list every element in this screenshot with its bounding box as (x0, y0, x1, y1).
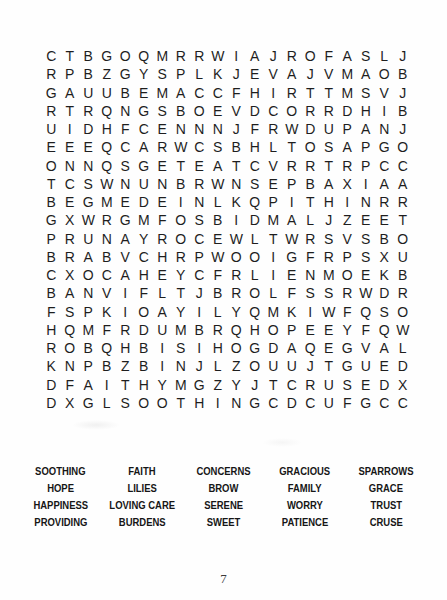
grid-cell-r1c5: O (116, 47, 135, 65)
grid-cell-r20c6: O (135, 394, 154, 412)
grid-cell-r1c16: F (320, 47, 339, 65)
word-list-entry: TRUST (371, 497, 403, 514)
grid-cell-r6c7: R (153, 138, 172, 156)
grid-cell-r6c8: W (172, 138, 191, 156)
grid-cell-r1c8: R (172, 47, 191, 65)
grid-cell-r11c18: S (357, 230, 376, 248)
grid-cell-r1c15: O (301, 47, 320, 65)
grid-cell-r11c6: Y (135, 230, 154, 248)
word-list-entry: SERENE (204, 497, 243, 514)
grid-cell-r9c14: I (283, 193, 302, 211)
grid-cell-r13c17: O (338, 266, 357, 284)
grid-cell-r13c13: I (264, 266, 283, 284)
grid-cell-r18c4: B (98, 357, 117, 375)
grid-cell-r10c11: I (227, 211, 246, 229)
grid-cell-r2c14: A (283, 65, 302, 83)
grid-cell-r14c7: L (153, 284, 172, 302)
page-number: 7 (0, 571, 447, 587)
grid-cell-r9c4: M (98, 193, 117, 211)
grid-cell-r19c20: X (394, 376, 413, 394)
grid-cell-r19c1: D (42, 376, 61, 394)
grid-cell-r5c18: A (357, 120, 376, 138)
grid-cell-r19c7: Y (153, 376, 172, 394)
grid-cell-r17c1: R (42, 339, 61, 357)
grid-cell-r4c6: G (135, 102, 154, 120)
grid-cell-r2c7: S (153, 65, 172, 83)
grid-cell-r2c2: P (61, 65, 80, 83)
scan-smudge (262, 438, 302, 447)
grid-cell-r3c1: G (42, 84, 61, 102)
grid-cell-r8c10: W (209, 175, 228, 193)
grid-cell-r19c5: T (116, 376, 135, 394)
grid-cell-r6c3: E (79, 138, 98, 156)
grid-cell-r2c16: V (320, 65, 339, 83)
grid-cell-r13c5: A (116, 266, 135, 284)
grid-cell-r6c19: G (375, 138, 394, 156)
grid-cell-r12c8: R (172, 248, 191, 266)
word-list-column-3: CONCERNSBROWSERENESWEET (183, 463, 264, 531)
word-list-column-1: SOOTHINGHOPEHAPPINESSPROVIDING (20, 463, 101, 531)
grid-cell-r11c15: R (301, 230, 320, 248)
grid-cell-r3c17: M (338, 84, 357, 102)
grid-cell-r9c19: R (375, 193, 394, 211)
grid-cell-r6c1: E (42, 138, 61, 156)
grid-cell-r2c17: M (338, 65, 357, 83)
grid-cell-r17c17: G (338, 339, 357, 357)
grid-cell-r1c11: I (227, 47, 246, 65)
grid-cell-r2c13: V (264, 65, 283, 83)
grid-cell-r11c13: T (264, 230, 283, 248)
grid-cell-r18c3: P (79, 357, 98, 375)
grid-cell-r16c19: Q (375, 321, 394, 339)
grid-cell-r17c15: Q (301, 339, 320, 357)
word-list-entry: LILIES (127, 480, 156, 497)
grid-cell-r20c9: H (190, 394, 209, 412)
grid-cell-r5c5: F (116, 120, 135, 138)
grid-cell-r14c3: N (79, 284, 98, 302)
grid-cell-r14c16: S (320, 284, 339, 302)
grid-cell-r15c11: Y (227, 303, 246, 321)
grid-cell-r10c8: O (172, 211, 191, 229)
grid-cell-r3c9: C (190, 84, 209, 102)
grid-cell-r2c8: P (172, 65, 191, 83)
grid-cell-r17c4: Q (98, 339, 117, 357)
grid-cell-r10c17: Z (338, 211, 357, 229)
grid-cell-r19c12: J (246, 376, 265, 394)
grid-cell-r13c18: E (357, 266, 376, 284)
grid-cell-r4c17: D (338, 102, 357, 120)
word-list-column-4: GRACIOUSFAMILYWORRYPATIENCE (264, 463, 345, 531)
grid-cell-r12c16: R (320, 248, 339, 266)
grid-cell-r15c17: F (338, 303, 357, 321)
grid-cell-r9c3: G (79, 193, 98, 211)
grid-cell-r20c4: L (98, 394, 117, 412)
grid-cell-r8c2: C (61, 175, 80, 193)
grid-cell-r17c7: I (153, 339, 172, 357)
grid-cell-r12c14: G (283, 248, 302, 266)
grid-cell-r12c9: P (190, 248, 209, 266)
grid-cell-r15c16: W (320, 303, 339, 321)
grid-cell-r17c12: G (246, 339, 265, 357)
grid-cell-r15c7: A (153, 303, 172, 321)
grid-cell-r8c4: W (98, 175, 117, 193)
grid-cell-r19c14: C (283, 376, 302, 394)
grid-cell-r5c15: D (301, 120, 320, 138)
grid-cell-r5c20: J (394, 120, 413, 138)
grid-cell-r7c16: T (320, 157, 339, 175)
grid-cell-r4c10: E (209, 102, 228, 120)
grid-cell-r16c15: E (301, 321, 320, 339)
grid-cell-r13c19: K (375, 266, 394, 284)
grid-cell-r15c1: F (42, 303, 61, 321)
grid-cell-r18c19: E (375, 357, 394, 375)
grid-cell-r16c1: H (42, 321, 61, 339)
grid-cell-r16c8: M (172, 321, 191, 339)
grid-cell-r16c16: E (320, 321, 339, 339)
grid-cell-r18c12: O (246, 357, 265, 375)
grid-cell-r9c9: N (190, 193, 209, 211)
grid-cell-r7c4: Q (98, 157, 117, 175)
grid-cell-r2c1: R (42, 65, 61, 83)
grid-cell-r15c19: S (375, 303, 394, 321)
grid-cell-r3c19: V (375, 84, 394, 102)
grid-cell-r16c2: Q (61, 321, 80, 339)
grid-cell-r6c2: E (61, 138, 80, 156)
grid-cell-r10c15: L (301, 211, 320, 229)
grid-cell-r10c10: B (209, 211, 228, 229)
grid-cell-r14c4: V (98, 284, 117, 302)
grid-cell-r14c19: D (375, 284, 394, 302)
grid-cell-r9c7: E (153, 193, 172, 211)
grid-cell-r7c8: T (172, 157, 191, 175)
grid-cell-r11c10: E (209, 230, 228, 248)
grid-cell-r10c6: M (135, 211, 154, 229)
grid-cell-r5c2: I (61, 120, 80, 138)
word-list: SOOTHINGHOPEHAPPINESSPROVIDINGFAITHLILIE… (20, 463, 427, 531)
grid-cell-r1c3: B (79, 47, 98, 65)
grid-cell-r3c10: C (209, 84, 228, 102)
grid-cell-r13c14: E (283, 266, 302, 284)
grid-cell-r12c10: W (209, 248, 228, 266)
grid-cell-r19c17: S (338, 376, 357, 394)
grid-cell-r7c17: R (338, 157, 357, 175)
word-list-entry: SPARROWS (359, 463, 414, 480)
grid-cell-r8c8: B (172, 175, 191, 193)
grid-cell-r9c5: E (116, 193, 135, 211)
grid-cell-r19c18: E (357, 376, 376, 394)
grid-cell-r17c20: L (394, 339, 413, 357)
grid-cell-r12c20: U (394, 248, 413, 266)
grid-cell-r8c7: N (153, 175, 172, 193)
grid-cell-r5c7: E (153, 120, 172, 138)
grid-cell-r3c8: A (172, 84, 191, 102)
grid-cell-r2c10: K (209, 65, 228, 83)
grid-cell-r5c6: C (135, 120, 154, 138)
grid-cell-r9c17: I (338, 193, 357, 211)
grid-cell-r2c12: E (246, 65, 265, 83)
grid-cell-r6c13: L (264, 138, 283, 156)
grid-cell-r20c5: S (116, 394, 135, 412)
grid-cell-r2c19: O (375, 65, 394, 83)
grid-cell-r3c4: U (98, 84, 117, 102)
word-list-entry: FAITH (128, 463, 155, 480)
grid-cell-r8c18: I (357, 175, 376, 193)
grid-cell-r13c2: X (61, 266, 80, 284)
grid-cell-r7c10: A (209, 157, 228, 175)
grid-cell-r1c20: J (394, 47, 413, 65)
grid-cell-r11c8: O (172, 230, 191, 248)
grid-cell-r10c20: T (394, 211, 413, 229)
grid-cell-r3c20: J (394, 84, 413, 102)
grid-cell-r8c16: A (320, 175, 339, 193)
grid-cell-r11c11: W (227, 230, 246, 248)
grid-cell-r7c3: N (79, 157, 98, 175)
grid-cell-r18c13: U (264, 357, 283, 375)
grid-cell-r13c10: F (209, 266, 228, 284)
grid-cell-r3c2: A (61, 84, 80, 102)
grid-cell-r5c9: N (190, 120, 209, 138)
grid-cell-r6c9: C (190, 138, 209, 156)
grid-cell-r9c13: P (264, 193, 283, 211)
grid-cell-r13c11: R (227, 266, 246, 284)
grid-cell-r9c1: B (42, 193, 61, 211)
grid-cell-r15c14: K (283, 303, 302, 321)
grid-cell-r2c18: A (357, 65, 376, 83)
grid-cell-r19c2: F (61, 376, 80, 394)
grid-cell-r17c13: D (264, 339, 283, 357)
grid-cell-r11c14: W (283, 230, 302, 248)
grid-cell-r11c17: V (338, 230, 357, 248)
grid-cell-r7c9: E (190, 157, 209, 175)
grid-cell-r20c17: F (338, 394, 357, 412)
grid-cell-r3c11: F (227, 84, 246, 102)
grid-cell-r13c20: B (394, 266, 413, 284)
grid-cell-r15c8: Y (172, 303, 191, 321)
word-list-entry: LOVING CARE (109, 497, 175, 514)
grid-cell-r17c3: B (79, 339, 98, 357)
grid-cell-r16c7: U (153, 321, 172, 339)
grid-cell-r4c20: B (394, 102, 413, 120)
grid-cell-r11c12: L (246, 230, 265, 248)
grid-cell-r3c16: T (320, 84, 339, 102)
grid-cell-r19c8: M (172, 376, 191, 394)
grid-cell-r20c18: G (357, 394, 376, 412)
grid-cell-r6c20: O (394, 138, 413, 156)
grid-cell-r10c12: D (246, 211, 265, 229)
grid-cell-r8c9: R (190, 175, 209, 193)
grid-cell-r10c13: M (264, 211, 283, 229)
grid-cell-r6c6: A (135, 138, 154, 156)
grid-cell-r18c18: U (357, 357, 376, 375)
grid-cell-r6c10: S (209, 138, 228, 156)
grid-cell-r19c9: G (190, 376, 209, 394)
grid-cell-r11c7: R (153, 230, 172, 248)
grid-cell-r7c1: O (42, 157, 61, 175)
grid-cell-r12c6: C (135, 248, 154, 266)
word-list-entry: HOPE (47, 480, 74, 497)
grid-cell-r10c5: G (116, 211, 135, 229)
grid-cell-r7c6: G (135, 157, 154, 175)
grid-cell-r7c11: T (227, 157, 246, 175)
grid-cell-r20c16: U (320, 394, 339, 412)
grid-cell-r18c9: J (190, 357, 209, 375)
grid-cell-r15c15: I (301, 303, 320, 321)
grid-cell-r10c18: E (357, 211, 376, 229)
grid-cell-r4c15: R (301, 102, 320, 120)
grid-cell-r8c17: X (338, 175, 357, 193)
grid-cell-r15c20: O (394, 303, 413, 321)
grid-cell-r11c16: S (320, 230, 339, 248)
word-list-entry: CRUSE (370, 514, 403, 531)
word-list-column-2: FAITHLILIESLOVING CAREBURDENS (101, 463, 182, 531)
grid-cell-r9c15: T (301, 193, 320, 211)
grid-cell-r6c12: H (246, 138, 265, 156)
grid-cell-r18c6: B (135, 357, 154, 375)
grid-cell-r18c17: G (338, 357, 357, 375)
grid-cell-r16c6: D (135, 321, 154, 339)
grid-cell-r1c2: T (61, 47, 80, 65)
grid-cell-r1c12: A (246, 47, 265, 65)
grid-cell-r14c14: F (283, 284, 302, 302)
grid-cell-r13c7: E (153, 266, 172, 284)
grid-cell-r18c11: Z (227, 357, 246, 375)
grid-cell-r5c19: N (375, 120, 394, 138)
grid-cell-r14c2: A (61, 284, 80, 302)
grid-cell-r8c14: P (283, 175, 302, 193)
grid-cell-r1c7: M (153, 47, 172, 65)
grid-cell-r10c3: W (79, 211, 98, 229)
word-list-entry: WORRY (287, 497, 323, 514)
grid-cell-r13c8: Y (172, 266, 191, 284)
grid-cell-r14c10: B (209, 284, 228, 302)
scan-smudge (72, 420, 120, 430)
grid-cell-r7c2: N (61, 157, 80, 175)
grid-cell-r4c13: C (264, 102, 283, 120)
grid-cell-r6c11: B (227, 138, 246, 156)
grid-cell-r3c3: U (79, 84, 98, 102)
grid-cell-r5c13: R (264, 120, 283, 138)
grid-cell-r16c20: W (394, 321, 413, 339)
grid-cell-r4c8: B (172, 102, 191, 120)
grid-cell-r16c9: B (190, 321, 209, 339)
grid-cell-r19c11: Y (227, 376, 246, 394)
grid-cell-r1c1: C (42, 47, 61, 65)
grid-cell-r2c15: J (301, 65, 320, 83)
grid-cell-r17c10: H (209, 339, 228, 357)
grid-cell-r2c5: G (116, 65, 135, 83)
grid-cell-r20c1: D (42, 394, 61, 412)
grid-cell-r10c14: A (283, 211, 302, 229)
grid-cell-r16c12: H (246, 321, 265, 339)
grid-cell-r15c3: P (79, 303, 98, 321)
grid-cell-r14c15: S (301, 284, 320, 302)
grid-cell-r5c17: P (338, 120, 357, 138)
word-list-entry: BROW (209, 480, 239, 497)
grid-cell-r18c14: U (283, 357, 302, 375)
grid-cell-r1c19: L (375, 47, 394, 65)
word-list-entry: BURDENS (119, 514, 166, 531)
grid-cell-r5c1: U (42, 120, 61, 138)
grid-cell-r4c4: Q (98, 102, 117, 120)
grid-cell-r11c4: N (98, 230, 117, 248)
grid-cell-r9c10: L (209, 193, 228, 211)
grid-cell-r6c15: O (301, 138, 320, 156)
grid-cell-r14c9: J (190, 284, 209, 302)
grid-cell-r4c3: R (79, 102, 98, 120)
grid-cell-r18c1: K (42, 357, 61, 375)
grid-cell-r4c7: S (153, 102, 172, 120)
grid-cell-r14c1: B (42, 284, 61, 302)
grid-cell-r13c12: L (246, 266, 265, 284)
grid-cell-r1c18: S (357, 47, 376, 65)
grid-cell-r16c10: R (209, 321, 228, 339)
grid-cell-r20c12: G (246, 394, 265, 412)
grid-cell-r16c3: M (79, 321, 98, 339)
grid-cell-r3c6: E (135, 84, 154, 102)
grid-cell-r19c16: U (320, 376, 339, 394)
grid-cell-r6c16: S (320, 138, 339, 156)
grid-cell-r1c6: Q (135, 47, 154, 65)
grid-cell-r3c18: S (357, 84, 376, 102)
grid-cell-r4c11: V (227, 102, 246, 120)
grid-cell-r13c15: N (301, 266, 320, 284)
grid-cell-r19c6: H (135, 376, 154, 394)
word-list-entry: HAPPINESS (33, 497, 88, 514)
word-list-column-5: SPARROWSGRACETRUSTCRUSE (346, 463, 427, 531)
grid-cell-r10c7: F (153, 211, 172, 229)
word-search-grid: CTBGOQMRRWIAJROFASLJRPBZGYSPLKJEVAJVMAOB… (42, 47, 412, 412)
grid-cell-r1c13: J (264, 47, 283, 65)
grid-cell-r12c13: I (264, 248, 283, 266)
grid-cell-r7c12: C (246, 157, 265, 175)
grid-cell-r12c15: F (301, 248, 320, 266)
grid-cell-r6c14: T (283, 138, 302, 156)
grid-cell-r12c18: S (357, 248, 376, 266)
grid-cell-r13c1: C (42, 266, 61, 284)
grid-cell-r10c2: X (61, 211, 80, 229)
grid-cell-r3c12: H (246, 84, 265, 102)
grid-cell-r7c14: R (283, 157, 302, 175)
grid-cell-r17c2: O (61, 339, 80, 357)
grid-cell-r1c4: G (98, 47, 117, 65)
grid-cell-r17c5: H (116, 339, 135, 357)
grid-cell-r1c10: W (209, 47, 228, 65)
grid-cell-r20c19: C (375, 394, 394, 412)
grid-cell-r12c4: B (98, 248, 117, 266)
grid-cell-r9c6: D (135, 193, 154, 211)
grid-cell-r12c3: A (79, 248, 98, 266)
grid-cell-r20c14: D (283, 394, 302, 412)
grid-cell-r9c20: R (394, 193, 413, 211)
word-list-entry: CONCERNS (196, 463, 250, 480)
grid-cell-r19c4: I (98, 376, 117, 394)
grid-cell-r14c17: R (338, 284, 357, 302)
grid-cell-r19c19: D (375, 376, 394, 394)
grid-cell-r4c12: D (246, 102, 265, 120)
grid-cell-r15c6: O (135, 303, 154, 321)
grid-cell-r15c10: L (209, 303, 228, 321)
grid-cell-r5c3: D (79, 120, 98, 138)
grid-cell-r8c13: E (264, 175, 283, 193)
grid-cell-r5c8: N (172, 120, 191, 138)
grid-cell-r1c17: A (338, 47, 357, 65)
grid-cell-r4c9: O (190, 102, 209, 120)
grid-cell-r7c7: E (153, 157, 172, 175)
grid-cell-r17c16: E (320, 339, 339, 357)
grid-cell-r15c12: Q (246, 303, 265, 321)
grid-cell-r13c6: H (135, 266, 154, 284)
grid-cell-r5c10: N (209, 120, 228, 138)
